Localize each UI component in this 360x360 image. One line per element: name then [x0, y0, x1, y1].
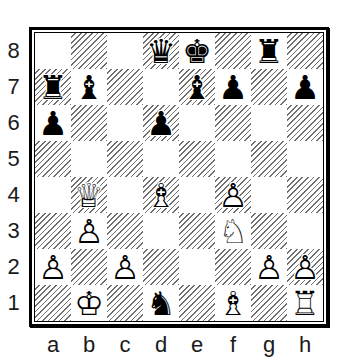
piece-halo: ♚	[71, 285, 107, 321]
square-c1[interactable]	[107, 285, 143, 321]
rank-label-8: 8	[0, 33, 27, 69]
square-f2[interactable]	[215, 249, 251, 285]
piece-black-pawn[interactable]: ♟♟	[287, 69, 323, 105]
piece-white-pawn[interactable]: ♟♙	[35, 249, 71, 285]
piece-halo: ♝	[143, 177, 179, 213]
black-pawn-icon: ♟	[287, 69, 323, 105]
piece-black-pawn[interactable]: ♟♟	[143, 105, 179, 141]
rank-label-3: 3	[0, 213, 27, 249]
square-g8[interactable]: ♜♜	[251, 33, 287, 69]
square-h1[interactable]: ♜♖	[287, 285, 323, 321]
square-c5[interactable]	[107, 141, 143, 177]
square-g4[interactable]	[251, 177, 287, 213]
piece-halo: ♛	[71, 177, 107, 213]
square-g3[interactable]	[251, 213, 287, 249]
white-bishop-icon: ♗	[215, 285, 251, 321]
rank-label-4: 4	[0, 177, 27, 213]
square-a6[interactable]: ♟♟	[35, 105, 71, 141]
rank-label-1: 1	[0, 285, 27, 321]
piece-halo: ♝	[215, 285, 251, 321]
file-label-b: b	[71, 331, 107, 359]
square-a8[interactable]	[35, 33, 71, 69]
square-e4[interactable]	[179, 177, 215, 213]
square-a3[interactable]	[35, 213, 71, 249]
square-a4[interactable]	[35, 177, 71, 213]
square-e7[interactable]: ♝♝	[179, 69, 215, 105]
black-rook-icon: ♜	[35, 69, 71, 105]
square-e6[interactable]	[179, 105, 215, 141]
square-b7[interactable]: ♝♝	[71, 69, 107, 105]
piece-black-king[interactable]: ♚♚	[179, 33, 215, 69]
piece-white-pawn[interactable]: ♟♙	[107, 249, 143, 285]
square-f6[interactable]	[215, 105, 251, 141]
square-d5[interactable]	[143, 141, 179, 177]
file-label-a: a	[35, 331, 71, 359]
piece-white-pawn[interactable]: ♟♙	[215, 177, 251, 213]
square-f4[interactable]: ♟♙	[215, 177, 251, 213]
piece-black-bishop[interactable]: ♝♝	[179, 69, 215, 105]
square-f5[interactable]	[215, 141, 251, 177]
square-b3[interactable]: ♟♙	[71, 213, 107, 249]
piece-black-queen[interactable]: ♛♛	[143, 33, 179, 69]
square-a1[interactable]	[35, 285, 71, 321]
square-h5[interactable]	[287, 141, 323, 177]
square-e3[interactable]	[179, 213, 215, 249]
square-c7[interactable]	[107, 69, 143, 105]
square-b5[interactable]	[71, 141, 107, 177]
file-label-h: h	[287, 331, 323, 359]
white-pawn-icon: ♙	[215, 177, 251, 213]
white-rook-icon: ♖	[287, 285, 323, 321]
piece-halo: ♞	[143, 285, 179, 321]
square-f7[interactable]: ♟♟	[215, 69, 251, 105]
square-f1[interactable]: ♝♗	[215, 285, 251, 321]
square-b6[interactable]	[71, 105, 107, 141]
piece-black-knight[interactable]: ♞♞	[143, 285, 179, 321]
rank-labels: 87654321	[0, 33, 27, 321]
rank-label-5: 5	[0, 141, 27, 177]
piece-white-rook[interactable]: ♜♖	[287, 285, 323, 321]
piece-white-pawn[interactable]: ♟♙	[71, 213, 107, 249]
square-c4[interactable]	[107, 177, 143, 213]
chess-board: ♛♛♚♚♜♜♜♜♝♝♝♝♟♟♟♟♟♟♟♟♛♕♝♗♟♙♟♙♞♘♟♙♟♙♟♙♟♙♚♔…	[35, 33, 323, 321]
piece-halo: ♟	[215, 69, 251, 105]
file-label-f: f	[215, 331, 251, 359]
piece-halo: ♟	[287, 69, 323, 105]
piece-halo: ♟	[143, 105, 179, 141]
square-h2[interactable]: ♟♙	[287, 249, 323, 285]
board-inner-border: ♛♛♚♚♜♜♜♜♝♝♝♝♟♟♟♟♟♟♟♟♛♕♝♗♟♙♟♙♞♘♟♙♟♙♟♙♟♙♚♔…	[34, 32, 324, 322]
piece-white-bishop[interactable]: ♝♗	[143, 177, 179, 213]
square-d7[interactable]	[143, 69, 179, 105]
board-border: ♛♛♚♚♜♜♜♜♝♝♝♝♟♟♟♟♟♟♟♟♛♕♝♗♟♙♟♙♞♘♟♙♟♙♟♙♟♙♚♔…	[29, 27, 329, 327]
piece-halo: ♟	[35, 249, 71, 285]
white-pawn-icon: ♙	[71, 213, 107, 249]
black-king-icon: ♚	[179, 33, 215, 69]
piece-black-rook[interactable]: ♜♜	[251, 33, 287, 69]
square-c6[interactable]	[107, 105, 143, 141]
white-bishop-icon: ♗	[143, 177, 179, 213]
square-d2[interactable]	[143, 249, 179, 285]
square-b4[interactable]: ♛♕	[71, 177, 107, 213]
square-a5[interactable]	[35, 141, 71, 177]
square-c2[interactable]: ♟♙	[107, 249, 143, 285]
square-h7[interactable]: ♟♟	[287, 69, 323, 105]
square-h3[interactable]	[287, 213, 323, 249]
black-knight-icon: ♞	[143, 285, 179, 321]
rank-label-2: 2	[0, 249, 27, 285]
square-d3[interactable]	[143, 213, 179, 249]
file-labels: abcdefgh	[35, 331, 323, 359]
square-c3[interactable]	[107, 213, 143, 249]
black-pawn-icon: ♟	[143, 105, 179, 141]
square-b1[interactable]: ♚♔	[71, 285, 107, 321]
square-e8[interactable]: ♚♚	[179, 33, 215, 69]
square-d6[interactable]: ♟♟	[143, 105, 179, 141]
white-queen-icon: ♕	[71, 177, 107, 213]
square-b2[interactable]	[71, 249, 107, 285]
piece-black-bishop[interactable]: ♝♝	[71, 69, 107, 105]
piece-white-king[interactable]: ♚♔	[71, 285, 107, 321]
black-rook-icon: ♜	[251, 33, 287, 69]
piece-white-pawn[interactable]: ♟♙	[251, 249, 287, 285]
piece-halo: ♜	[287, 285, 323, 321]
piece-white-queen[interactable]: ♛♕	[71, 177, 107, 213]
square-g5[interactable]	[251, 141, 287, 177]
square-d4[interactable]: ♝♗	[143, 177, 179, 213]
piece-white-bishop[interactable]: ♝♗	[215, 285, 251, 321]
square-g2[interactable]: ♟♙	[251, 249, 287, 285]
square-g6[interactable]	[251, 105, 287, 141]
black-queen-icon: ♛	[143, 33, 179, 69]
white-knight-icon: ♘	[215, 213, 251, 249]
square-h4[interactable]	[287, 177, 323, 213]
piece-halo: ♟	[215, 177, 251, 213]
rank-label-6: 6	[0, 105, 27, 141]
rank-label-7: 7	[0, 69, 27, 105]
black-pawn-icon: ♟	[215, 69, 251, 105]
piece-halo: ♜	[35, 69, 71, 105]
white-pawn-icon: ♙	[107, 249, 143, 285]
square-d8[interactable]: ♛♛	[143, 33, 179, 69]
square-e2[interactable]	[179, 249, 215, 285]
piece-halo: ♚	[179, 33, 215, 69]
file-label-g: g	[251, 331, 287, 359]
black-bishop-icon: ♝	[71, 69, 107, 105]
file-label-c: c	[107, 331, 143, 359]
square-g1[interactable]	[251, 285, 287, 321]
white-pawn-icon: ♙	[35, 249, 71, 285]
piece-halo: ♜	[251, 33, 287, 69]
piece-halo: ♟	[287, 249, 323, 285]
piece-white-knight[interactable]: ♞♘	[215, 213, 251, 249]
white-pawn-icon: ♙	[251, 249, 287, 285]
piece-halo: ♟	[251, 249, 287, 285]
square-c8[interactable]	[107, 33, 143, 69]
square-a2[interactable]: ♟♙	[35, 249, 71, 285]
black-bishop-icon: ♝	[179, 69, 215, 105]
piece-halo: ♝	[71, 69, 107, 105]
square-h8[interactable]	[287, 33, 323, 69]
square-d1[interactable]: ♞♞	[143, 285, 179, 321]
square-e5[interactable]	[179, 141, 215, 177]
piece-black-pawn[interactable]: ♟♟	[215, 69, 251, 105]
square-f8[interactable]	[215, 33, 251, 69]
square-b8[interactable]	[71, 33, 107, 69]
square-a7[interactable]: ♜♜	[35, 69, 71, 105]
square-e1[interactable]	[179, 285, 215, 321]
piece-halo: ♟	[71, 213, 107, 249]
white-king-icon: ♔	[71, 285, 107, 321]
piece-halo: ♝	[179, 69, 215, 105]
square-h6[interactable]	[287, 105, 323, 141]
piece-black-pawn[interactable]: ♟♟	[35, 105, 71, 141]
file-label-e: e	[179, 331, 215, 359]
file-label-d: d	[143, 331, 179, 359]
piece-halo: ♟	[35, 105, 71, 141]
black-pawn-icon: ♟	[35, 105, 71, 141]
piece-black-rook[interactable]: ♜♜	[35, 69, 71, 105]
piece-halo: ♟	[107, 249, 143, 285]
piece-halo: ♛	[143, 33, 179, 69]
square-g7[interactable]	[251, 69, 287, 105]
square-f3[interactable]: ♞♘	[215, 213, 251, 249]
white-pawn-icon: ♙	[287, 249, 323, 285]
piece-halo: ♞	[215, 213, 251, 249]
piece-white-pawn[interactable]: ♟♙	[287, 249, 323, 285]
